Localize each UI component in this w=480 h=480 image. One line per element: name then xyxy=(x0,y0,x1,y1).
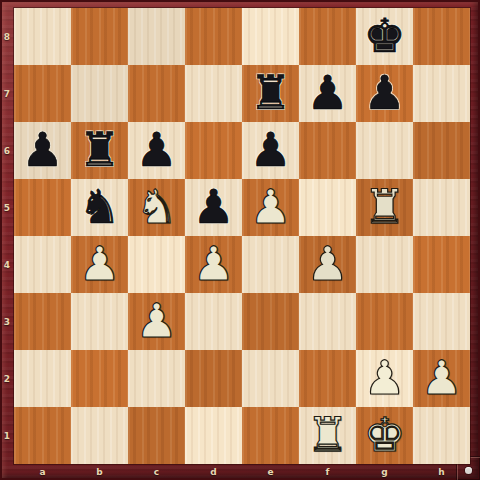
square-c8[interactable] xyxy=(128,8,185,65)
square-d7[interactable] xyxy=(185,65,242,122)
square-h7[interactable] xyxy=(413,65,470,122)
square-f6[interactable] xyxy=(299,122,356,179)
square-c1[interactable] xyxy=(128,407,185,464)
square-g3[interactable] xyxy=(356,293,413,350)
square-f7[interactable]: ♟ xyxy=(299,65,356,122)
square-c5[interactable]: ♞ xyxy=(128,179,185,236)
rank-label-3: 3 xyxy=(0,293,14,350)
square-b1[interactable] xyxy=(71,407,128,464)
square-f3[interactable] xyxy=(299,293,356,350)
piece-white-pawn-e5[interactable]: ♟ xyxy=(249,179,291,235)
rank-label-5: 5 xyxy=(0,179,14,236)
square-f1[interactable]: ♜ xyxy=(299,407,356,464)
square-e3[interactable] xyxy=(242,293,299,350)
square-e5[interactable]: ♟ xyxy=(242,179,299,236)
square-e7[interactable]: ♜ xyxy=(242,65,299,122)
piece-black-king-g8[interactable]: ♚ xyxy=(363,8,405,64)
piece-white-king-g1[interactable]: ♚ xyxy=(363,407,405,463)
square-d8[interactable] xyxy=(185,8,242,65)
rank-label-7: 7 xyxy=(0,65,14,122)
square-e6[interactable]: ♟ xyxy=(242,122,299,179)
square-b7[interactable] xyxy=(71,65,128,122)
piece-white-rook-f1[interactable]: ♜ xyxy=(306,407,348,463)
square-a6[interactable]: ♟ xyxy=(14,122,71,179)
square-f8[interactable] xyxy=(299,8,356,65)
square-h4[interactable] xyxy=(413,236,470,293)
rank-label-2: 2 xyxy=(0,350,14,407)
piece-black-pawn-g7[interactable]: ♟ xyxy=(363,65,405,121)
square-b5[interactable]: ♞ xyxy=(71,179,128,236)
file-label-h: h xyxy=(413,464,470,480)
square-f4[interactable]: ♟ xyxy=(299,236,356,293)
piece-black-rook-b6[interactable]: ♜ xyxy=(78,122,120,178)
square-a4[interactable] xyxy=(14,236,71,293)
square-g2[interactable]: ♟ xyxy=(356,350,413,407)
square-e1[interactable] xyxy=(242,407,299,464)
square-b3[interactable] xyxy=(71,293,128,350)
file-label-c: c xyxy=(128,464,185,480)
square-d2[interactable] xyxy=(185,350,242,407)
square-c2[interactable] xyxy=(128,350,185,407)
piece-black-pawn-e6[interactable]: ♟ xyxy=(249,122,291,178)
square-h3[interactable] xyxy=(413,293,470,350)
file-label-g: g xyxy=(356,464,413,480)
piece-white-pawn-b4[interactable]: ♟ xyxy=(78,236,120,292)
piece-black-knight-b5[interactable]: ♞ xyxy=(78,179,120,235)
square-f2[interactable] xyxy=(299,350,356,407)
piece-black-pawn-a6[interactable]: ♟ xyxy=(21,122,63,178)
square-c4[interactable] xyxy=(128,236,185,293)
square-g6[interactable] xyxy=(356,122,413,179)
square-h8[interactable] xyxy=(413,8,470,65)
chess-board[interactable]: ♚♜♟♟♟♜♟♟♞♞♟♟♜♟♟♟♟♟♟♜♚ xyxy=(14,8,470,464)
piece-black-pawn-f7[interactable]: ♟ xyxy=(306,65,348,121)
square-g5[interactable]: ♜ xyxy=(356,179,413,236)
square-d5[interactable]: ♟ xyxy=(185,179,242,236)
square-c7[interactable] xyxy=(128,65,185,122)
piece-white-pawn-h2[interactable]: ♟ xyxy=(420,350,462,406)
piece-black-pawn-c6[interactable]: ♟ xyxy=(135,122,177,178)
piece-white-pawn-d4[interactable]: ♟ xyxy=(192,236,234,292)
square-e8[interactable] xyxy=(242,8,299,65)
square-e4[interactable] xyxy=(242,236,299,293)
square-h2[interactable]: ♟ xyxy=(413,350,470,407)
square-g8[interactable]: ♚ xyxy=(356,8,413,65)
chess-board-widget: ♚♜♟♟♟♜♟♟♞♞♟♟♜♟♟♟♟♟♟♜♚ 87654321 abcdefgh xyxy=(0,0,480,480)
square-a1[interactable] xyxy=(14,407,71,464)
square-b8[interactable] xyxy=(71,8,128,65)
file-label-f: f xyxy=(299,464,356,480)
rank-label-8: 8 xyxy=(0,8,14,65)
square-a2[interactable] xyxy=(14,350,71,407)
square-g1[interactable]: ♚ xyxy=(356,407,413,464)
square-a7[interactable] xyxy=(14,65,71,122)
square-b6[interactable]: ♜ xyxy=(71,122,128,179)
square-a8[interactable] xyxy=(14,8,71,65)
square-b4[interactable]: ♟ xyxy=(71,236,128,293)
piece-white-pawn-g2[interactable]: ♟ xyxy=(363,350,405,406)
square-h6[interactable] xyxy=(413,122,470,179)
square-d4[interactable]: ♟ xyxy=(185,236,242,293)
square-d1[interactable] xyxy=(185,407,242,464)
rank-label-4: 4 xyxy=(0,236,14,293)
piece-black-pawn-d5[interactable]: ♟ xyxy=(192,179,234,235)
piece-white-pawn-c3[interactable]: ♟ xyxy=(135,293,177,349)
piece-black-rook-e7[interactable]: ♜ xyxy=(249,65,291,121)
square-b2[interactable] xyxy=(71,350,128,407)
piece-white-rook-g5[interactable]: ♜ xyxy=(363,179,405,235)
square-e2[interactable] xyxy=(242,350,299,407)
square-h5[interactable] xyxy=(413,179,470,236)
square-a3[interactable] xyxy=(14,293,71,350)
file-label-d: d xyxy=(185,464,242,480)
square-d3[interactable] xyxy=(185,293,242,350)
square-g7[interactable]: ♟ xyxy=(356,65,413,122)
piece-white-pawn-f4[interactable]: ♟ xyxy=(306,236,348,292)
file-label-a: a xyxy=(14,464,71,480)
square-g4[interactable] xyxy=(356,236,413,293)
square-c6[interactable]: ♟ xyxy=(128,122,185,179)
square-c3[interactable]: ♟ xyxy=(128,293,185,350)
square-h1[interactable] xyxy=(413,407,470,464)
square-f5[interactable] xyxy=(299,179,356,236)
square-d6[interactable] xyxy=(185,122,242,179)
file-label-b: b xyxy=(71,464,128,480)
file-label-e: e xyxy=(242,464,299,480)
rank-label-1: 1 xyxy=(0,407,14,464)
piece-white-knight-c5[interactable]: ♞ xyxy=(135,179,177,235)
rank-label-6: 6 xyxy=(0,122,14,179)
square-a5[interactable] xyxy=(14,179,71,236)
